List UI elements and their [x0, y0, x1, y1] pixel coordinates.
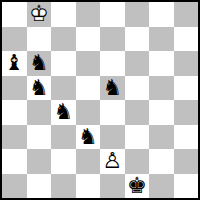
piece-black-knight[interactable]: ♞: [76, 125, 101, 150]
square-g7[interactable]: [149, 27, 174, 52]
square-f7[interactable]: [125, 27, 150, 52]
square-b5[interactable]: ♞: [27, 76, 52, 101]
square-h8[interactable]: [174, 2, 199, 27]
square-g4[interactable]: [149, 100, 174, 125]
piece-black-knight[interactable]: ♞: [27, 51, 52, 76]
square-e2[interactable]: ♟♙: [100, 149, 125, 174]
square-c6[interactable]: [51, 51, 76, 76]
square-g3[interactable]: [149, 125, 174, 150]
square-g2[interactable]: [149, 149, 174, 174]
square-a8[interactable]: [2, 2, 27, 27]
square-d3[interactable]: ♞: [76, 125, 101, 150]
square-d8[interactable]: [76, 2, 101, 27]
square-a3[interactable]: [2, 125, 27, 150]
square-e8[interactable]: [100, 2, 125, 27]
square-b1[interactable]: [27, 174, 52, 199]
square-b4[interactable]: [27, 100, 52, 125]
square-f6[interactable]: [125, 51, 150, 76]
square-e7[interactable]: [100, 27, 125, 52]
piece-black-king[interactable]: ♚: [125, 174, 150, 199]
square-g1[interactable]: [149, 174, 174, 199]
square-f2[interactable]: [125, 149, 150, 174]
square-d4[interactable]: [76, 100, 101, 125]
square-f1[interactable]: ♚: [125, 174, 150, 199]
square-c1[interactable]: [51, 174, 76, 199]
square-b8[interactable]: ♚♔: [27, 2, 52, 27]
white-pawn-glyph: ♙: [102, 150, 122, 172]
square-c4[interactable]: ♞: [51, 100, 76, 125]
black-knight-glyph: ♞: [78, 126, 98, 148]
square-h1[interactable]: [174, 174, 199, 199]
square-e6[interactable]: [100, 51, 125, 76]
square-h7[interactable]: [174, 27, 199, 52]
black-knight-glyph: ♞: [29, 52, 49, 74]
square-h2[interactable]: [174, 149, 199, 174]
black-knight-glyph: ♞: [102, 77, 122, 99]
square-b7[interactable]: [27, 27, 52, 52]
square-e5[interactable]: ♞: [100, 76, 125, 101]
square-d6[interactable]: [76, 51, 101, 76]
chess-diagram: ♚♔♝♞♞♞♞♞♟♙♚: [0, 0, 202, 202]
square-c2[interactable]: [51, 149, 76, 174]
square-a6[interactable]: ♝: [2, 51, 27, 76]
square-f4[interactable]: [125, 100, 150, 125]
square-h5[interactable]: [174, 76, 199, 101]
chess-board: ♚♔♝♞♞♞♞♞♟♙♚: [0, 0, 200, 200]
square-d7[interactable]: [76, 27, 101, 52]
square-a7[interactable]: [2, 27, 27, 52]
square-e4[interactable]: [100, 100, 125, 125]
square-e3[interactable]: [100, 125, 125, 150]
square-e1[interactable]: [100, 174, 125, 199]
square-b2[interactable]: [27, 149, 52, 174]
piece-black-knight[interactable]: ♞: [100, 76, 125, 101]
square-c3[interactable]: [51, 125, 76, 150]
piece-white-king[interactable]: ♚♔: [27, 2, 52, 27]
square-h3[interactable]: [174, 125, 199, 150]
square-a4[interactable]: [2, 100, 27, 125]
square-c7[interactable]: [51, 27, 76, 52]
square-h4[interactable]: [174, 100, 199, 125]
square-d5[interactable]: [76, 76, 101, 101]
piece-black-knight[interactable]: ♞: [51, 100, 76, 125]
black-knight-glyph: ♞: [53, 101, 73, 123]
square-f8[interactable]: [125, 2, 150, 27]
square-h6[interactable]: [174, 51, 199, 76]
square-c8[interactable]: [51, 2, 76, 27]
square-g6[interactable]: [149, 51, 174, 76]
square-d2[interactable]: [76, 149, 101, 174]
white-king-glyph: ♔: [29, 3, 49, 25]
piece-white-pawn[interactable]: ♟♙: [100, 149, 125, 174]
square-a5[interactable]: [2, 76, 27, 101]
square-a1[interactable]: [2, 174, 27, 199]
square-b6[interactable]: ♞: [27, 51, 52, 76]
square-b3[interactable]: [27, 125, 52, 150]
piece-black-knight[interactable]: ♞: [27, 76, 52, 101]
square-f5[interactable]: [125, 76, 150, 101]
square-g5[interactable]: [149, 76, 174, 101]
black-bishop-glyph: ♝: [4, 52, 24, 74]
square-g8[interactable]: [149, 2, 174, 27]
square-d1[interactable]: [76, 174, 101, 199]
square-a2[interactable]: [2, 149, 27, 174]
black-knight-glyph: ♞: [29, 77, 49, 99]
square-c5[interactable]: [51, 76, 76, 101]
piece-black-bishop[interactable]: ♝: [2, 51, 27, 76]
square-f3[interactable]: [125, 125, 150, 150]
black-king-glyph: ♚: [127, 175, 147, 197]
